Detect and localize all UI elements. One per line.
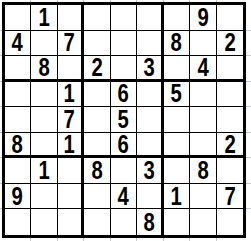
cell-r3c1[interactable] [5,56,31,82]
cell-r6c3[interactable]: 1 [58,133,84,159]
given-digit: 8 [39,56,50,81]
cell-r9c7[interactable] [164,209,190,235]
cell-r7c6[interactable]: 3 [137,158,163,184]
cell-r7c8[interactable]: 8 [190,158,216,184]
cell-r3c2[interactable]: 8 [31,56,57,82]
given-digit: 8 [91,158,102,184]
cell-r8c4[interactable] [84,184,110,210]
cell-r3c4[interactable]: 2 [84,56,110,82]
given-digit: 2 [91,56,102,81]
cell-r4c9[interactable] [217,82,243,108]
spreadsheet-background: 1947828234165758162183894178 [0,0,251,241]
given-digit: 2 [224,133,235,158]
cell-r5c9[interactable] [217,107,243,133]
cell-r6c6[interactable] [137,133,163,159]
cell-r1c7[interactable] [164,5,190,31]
cell-r6c4[interactable] [84,133,110,159]
cell-r3c7[interactable] [164,56,190,82]
cell-r9c9[interactable] [217,209,243,235]
cell-r5c5[interactable]: 5 [111,107,137,133]
given-digit: 5 [118,107,129,133]
cell-r2c2[interactable] [31,31,57,57]
given-digit: 8 [197,158,208,184]
cell-r5c6[interactable] [137,107,163,133]
cell-r9c1[interactable] [5,209,31,235]
given-digit: 3 [143,56,154,81]
cell-r6c2[interactable] [31,133,57,159]
cell-r8c6[interactable] [137,184,163,210]
cell-r2c3[interactable]: 7 [58,31,84,57]
given-digit: 7 [64,31,75,57]
cell-r9c6[interactable]: 8 [137,209,163,235]
cell-r8c2[interactable] [31,184,57,210]
cell-r2c9[interactable]: 2 [217,31,243,57]
cell-r5c7[interactable] [164,107,190,133]
cell-r3c5[interactable] [111,56,137,82]
cell-r1c6[interactable] [137,5,163,31]
cell-r3c9[interactable] [217,56,243,82]
cell-r1c2[interactable]: 1 [31,5,57,31]
cell-r1c4[interactable] [84,5,110,31]
cell-r2c7[interactable]: 8 [164,31,190,57]
cell-r2c6[interactable] [137,31,163,57]
given-digit: 5 [171,82,182,108]
given-digit: 8 [12,133,23,158]
cell-r9c4[interactable] [84,209,110,235]
cell-r7c3[interactable] [58,158,84,184]
given-digit: 2 [224,31,235,57]
given-digit: 6 [118,133,129,158]
cell-r7c2[interactable]: 1 [31,158,57,184]
cell-r6c9[interactable]: 2 [217,133,243,159]
given-digit: 4 [12,31,23,57]
cell-r7c1[interactable] [5,158,31,184]
cell-r5c2[interactable] [31,107,57,133]
given-digit: 1 [39,5,50,31]
cell-r6c1[interactable]: 8 [5,133,31,159]
cell-r4c3[interactable]: 1 [58,82,84,108]
given-digit: 4 [118,184,129,210]
cell-r3c8[interactable]: 4 [190,56,216,82]
given-digit: 3 [143,158,154,184]
cell-r8c3[interactable] [58,184,84,210]
cell-r5c1[interactable] [5,107,31,133]
cell-r6c8[interactable] [190,133,216,159]
cell-r4c5[interactable]: 6 [111,82,137,108]
cell-r9c5[interactable] [111,209,137,235]
cell-r7c9[interactable] [217,158,243,184]
given-digit: 8 [143,209,154,235]
cell-r9c2[interactable] [31,209,57,235]
cell-r8c9[interactable]: 7 [217,184,243,210]
cell-r8c8[interactable] [190,184,216,210]
cell-r8c7[interactable]: 1 [164,184,190,210]
cell-r1c9[interactable] [217,5,243,31]
given-digit: 6 [118,82,129,108]
cell-r1c5[interactable] [111,5,137,31]
cell-r2c4[interactable] [84,31,110,57]
cell-r5c3[interactable]: 7 [58,107,84,133]
cell-r4c7[interactable]: 5 [164,82,190,108]
given-digit: 1 [171,184,182,210]
given-digit: 1 [64,82,75,108]
cell-r3c6[interactable]: 3 [137,56,163,82]
cell-r8c1[interactable]: 9 [5,184,31,210]
cell-r3c3[interactable] [58,56,84,82]
cell-r5c4[interactable] [84,107,110,133]
cell-r1c1[interactable] [5,5,31,31]
cell-r7c4[interactable]: 8 [84,158,110,184]
given-digit: 1 [39,158,50,184]
cell-r1c8[interactable]: 9 [190,5,216,31]
sudoku-board: 1947828234165758162183894178 [2,2,246,238]
cell-r9c8[interactable] [190,209,216,235]
given-digit: 8 [171,31,182,57]
cell-r7c5[interactable] [111,158,137,184]
cell-r1c3[interactable] [58,5,84,31]
cell-r6c7[interactable] [164,133,190,159]
given-digit: 4 [197,56,208,81]
cell-r4c4[interactable] [84,82,110,108]
cell-r8c5[interactable]: 4 [111,184,137,210]
cell-r4c6[interactable] [137,82,163,108]
given-digit: 9 [12,184,23,210]
cell-r2c5[interactable] [111,31,137,57]
cell-r2c8[interactable] [190,31,216,57]
cell-r6c5[interactable]: 6 [111,133,137,159]
cell-r4c1[interactable] [5,82,31,108]
cell-r2c1[interactable]: 4 [5,31,31,57]
cell-r5c8[interactable] [190,107,216,133]
given-digit: 9 [197,5,208,31]
given-digit: 7 [224,184,235,210]
cell-r4c2[interactable] [31,82,57,108]
given-digit: 7 [64,107,75,133]
given-digit: 1 [64,133,75,158]
cell-r4c8[interactable] [190,82,216,108]
cell-r7c7[interactable] [164,158,190,184]
cell-r9c3[interactable] [58,209,84,235]
